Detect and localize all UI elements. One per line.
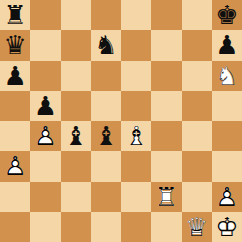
- square-d1[interactable]: [91, 212, 121, 242]
- black-pawn-glyph: ♟: [0, 61, 30, 91]
- square-f2[interactable]: ♜♖: [151, 182, 181, 212]
- square-d6[interactable]: [91, 61, 121, 91]
- white-rook: ♜♖: [151, 182, 181, 212]
- white-pawn: ♟♙: [30, 121, 60, 151]
- square-h2[interactable]: ♟♙: [212, 182, 242, 212]
- white-knight-outline: ♘: [212, 61, 242, 91]
- square-b6[interactable]: [30, 61, 60, 91]
- square-d2[interactable]: [91, 182, 121, 212]
- square-g1[interactable]: ♛♕: [182, 212, 212, 242]
- square-h3[interactable]: [212, 151, 242, 181]
- square-f8[interactable]: [151, 0, 181, 30]
- square-g4[interactable]: [182, 121, 212, 151]
- square-h8[interactable]: ♚: [212, 0, 242, 30]
- square-h7[interactable]: ♟: [212, 30, 242, 60]
- square-f6[interactable]: [151, 61, 181, 91]
- black-pawn: ♟: [30, 91, 60, 121]
- black-pawn: ♟: [0, 61, 30, 91]
- square-a3[interactable]: ♟♙: [0, 151, 30, 181]
- square-f3[interactable]: [151, 151, 181, 181]
- square-b2[interactable]: [30, 182, 60, 212]
- square-c1[interactable]: [61, 212, 91, 242]
- square-e5[interactable]: [121, 91, 151, 121]
- square-h1[interactable]: ♚♔: [212, 212, 242, 242]
- square-g3[interactable]: [182, 151, 212, 181]
- square-a5[interactable]: [0, 91, 30, 121]
- square-c8[interactable]: [61, 0, 91, 30]
- white-pawn: ♟♙: [0, 151, 30, 181]
- white-knight: ♞♘: [212, 61, 242, 91]
- square-a6[interactable]: ♟: [0, 61, 30, 91]
- black-bishop: ♝: [91, 121, 121, 151]
- black-pawn-glyph: ♟: [212, 30, 242, 60]
- square-c5[interactable]: [61, 91, 91, 121]
- square-d7[interactable]: ♞: [91, 30, 121, 60]
- square-e8[interactable]: [121, 0, 151, 30]
- square-b5[interactable]: ♟: [30, 91, 60, 121]
- white-bishop-outline: ♗: [121, 121, 151, 151]
- square-d8[interactable]: [91, 0, 121, 30]
- square-a1[interactable]: [0, 212, 30, 242]
- white-pawn: ♟♙: [212, 182, 242, 212]
- white-queen: ♛♕: [182, 212, 212, 242]
- black-knight: ♞: [91, 30, 121, 60]
- black-king: ♚: [212, 0, 242, 30]
- square-f4[interactable]: [151, 121, 181, 151]
- square-a2[interactable]: [0, 182, 30, 212]
- square-e3[interactable]: [121, 151, 151, 181]
- black-bishop: ♝: [61, 121, 91, 151]
- square-e4[interactable]: ♝♗: [121, 121, 151, 151]
- square-f5[interactable]: [151, 91, 181, 121]
- black-bishop-glyph: ♝: [61, 121, 91, 151]
- square-e6[interactable]: [121, 61, 151, 91]
- black-queen-glyph: ♛: [0, 30, 30, 60]
- square-g6[interactable]: [182, 61, 212, 91]
- black-rook-glyph: ♜: [0, 0, 30, 30]
- square-g8[interactable]: [182, 0, 212, 30]
- square-b8[interactable]: [30, 0, 60, 30]
- square-a4[interactable]: [0, 121, 30, 151]
- square-c3[interactable]: [61, 151, 91, 181]
- black-rook: ♜: [0, 0, 30, 30]
- white-king: ♚♔: [212, 212, 242, 242]
- square-e1[interactable]: [121, 212, 151, 242]
- square-f7[interactable]: [151, 30, 181, 60]
- square-f1[interactable]: [151, 212, 181, 242]
- white-pawn-outline: ♙: [212, 182, 242, 212]
- black-pawn: ♟: [212, 30, 242, 60]
- white-bishop: ♝♗: [121, 121, 151, 151]
- white-pawn-outline: ♙: [30, 121, 60, 151]
- white-pawn-outline: ♙: [0, 151, 30, 181]
- black-bishop-glyph: ♝: [91, 121, 121, 151]
- square-d4[interactable]: ♝: [91, 121, 121, 151]
- square-g2[interactable]: [182, 182, 212, 212]
- square-e2[interactable]: [121, 182, 151, 212]
- black-knight-glyph: ♞: [91, 30, 121, 60]
- black-king-glyph: ♚: [212, 0, 242, 30]
- square-h4[interactable]: [212, 121, 242, 151]
- square-e7[interactable]: [121, 30, 151, 60]
- chess-board: ♜♚♛♞♟♟♞♘♟♟♙♝♝♝♗♟♙♜♖♟♙♛♕♚♔: [0, 0, 242, 242]
- black-queen: ♛: [0, 30, 30, 60]
- square-b4[interactable]: ♟♙: [30, 121, 60, 151]
- square-b3[interactable]: [30, 151, 60, 181]
- square-h5[interactable]: [212, 91, 242, 121]
- square-c4[interactable]: ♝: [61, 121, 91, 151]
- black-pawn-glyph: ♟: [30, 91, 60, 121]
- square-b1[interactable]: [30, 212, 60, 242]
- white-queen-outline: ♕: [182, 212, 212, 242]
- square-a7[interactable]: ♛: [0, 30, 30, 60]
- square-a8[interactable]: ♜: [0, 0, 30, 30]
- square-c7[interactable]: [61, 30, 91, 60]
- square-d3[interactable]: [91, 151, 121, 181]
- square-h6[interactable]: ♞♘: [212, 61, 242, 91]
- square-b7[interactable]: [30, 30, 60, 60]
- square-c6[interactable]: [61, 61, 91, 91]
- white-king-outline: ♔: [212, 212, 242, 242]
- square-c2[interactable]: [61, 182, 91, 212]
- square-g7[interactable]: [182, 30, 212, 60]
- square-d5[interactable]: [91, 91, 121, 121]
- white-rook-outline: ♖: [151, 182, 181, 212]
- square-g5[interactable]: [182, 91, 212, 121]
